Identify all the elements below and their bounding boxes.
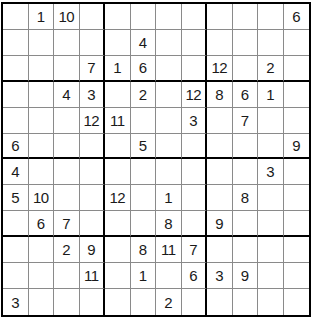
empty-cell-r6c7[interactable] bbox=[156, 134, 182, 160]
empty-cell-r5c2[interactable] bbox=[29, 108, 55, 134]
given-cell-r5c5: 11 bbox=[105, 108, 131, 134]
empty-cell-r7c8[interactable] bbox=[182, 159, 208, 185]
empty-cell-r10c2[interactable] bbox=[29, 237, 55, 263]
given-cell-r11c8: 6 bbox=[182, 263, 208, 289]
given-cell-r4c8: 12 bbox=[182, 82, 208, 108]
empty-cell-r9c1[interactable] bbox=[3, 211, 29, 237]
empty-cell-r1c4[interactable] bbox=[80, 4, 106, 30]
empty-cell-r2c9[interactable] bbox=[207, 30, 233, 56]
empty-cell-r2c10[interactable] bbox=[233, 30, 259, 56]
empty-cell-r1c1[interactable] bbox=[3, 4, 29, 30]
empty-cell-r2c7[interactable] bbox=[156, 30, 182, 56]
given-cell-r9c2: 6 bbox=[29, 211, 55, 237]
given-cell-r5c10: 7 bbox=[233, 108, 259, 134]
empty-cell-r11c3[interactable] bbox=[54, 263, 80, 289]
empty-cell-r8c4[interactable] bbox=[80, 185, 106, 211]
empty-cell-r8c3[interactable] bbox=[54, 185, 80, 211]
empty-cell-r10c5[interactable] bbox=[105, 237, 131, 263]
empty-cell-r3c10[interactable] bbox=[233, 56, 259, 82]
empty-cell-r9c6[interactable] bbox=[131, 211, 157, 237]
empty-cell-r2c4[interactable] bbox=[80, 30, 106, 56]
empty-cell-r7c10[interactable] bbox=[233, 159, 259, 185]
empty-cell-r3c2[interactable] bbox=[29, 56, 55, 82]
empty-cell-r5c6[interactable] bbox=[131, 108, 157, 134]
given-cell-r11c6: 1 bbox=[131, 263, 157, 289]
empty-cell-r8c8[interactable] bbox=[182, 185, 208, 211]
empty-cell-r3c3[interactable] bbox=[54, 56, 80, 82]
empty-cell-r10c10[interactable] bbox=[233, 237, 259, 263]
empty-cell-r5c7[interactable] bbox=[156, 108, 182, 134]
given-cell-r4c9: 8 bbox=[207, 82, 233, 108]
empty-cell-r7c12[interactable] bbox=[284, 159, 310, 185]
given-cell-r8c10: 8 bbox=[233, 185, 259, 211]
empty-cell-r7c2[interactable] bbox=[29, 159, 55, 185]
empty-cell-r12c9[interactable] bbox=[207, 289, 233, 315]
empty-cell-r12c10[interactable] bbox=[233, 289, 259, 315]
empty-cell-r1c10[interactable] bbox=[233, 4, 259, 30]
empty-cell-r6c5[interactable] bbox=[105, 134, 131, 160]
given-cell-r3c6: 6 bbox=[131, 56, 157, 82]
empty-cell-r5c1[interactable] bbox=[3, 108, 29, 134]
given-cell-r9c7: 8 bbox=[156, 211, 182, 237]
empty-cell-r6c11[interactable] bbox=[258, 134, 284, 160]
given-cell-r5c4: 12 bbox=[80, 108, 106, 134]
empty-cell-r12c4[interactable] bbox=[80, 289, 106, 315]
empty-cell-r5c12[interactable] bbox=[284, 108, 310, 134]
given-cell-r4c6: 2 bbox=[131, 82, 157, 108]
empty-cell-r9c11[interactable] bbox=[258, 211, 284, 237]
given-cell-r4c4: 3 bbox=[80, 82, 106, 108]
empty-cell-r4c7[interactable] bbox=[156, 82, 182, 108]
given-cell-r4c11: 1 bbox=[258, 82, 284, 108]
given-cell-r9c3: 7 bbox=[54, 211, 80, 237]
empty-cell-r8c11[interactable] bbox=[258, 185, 284, 211]
given-cell-r8c2: 10 bbox=[29, 185, 55, 211]
sudoku-board: 1106471612243212861121137659435101218678… bbox=[1, 2, 311, 317]
given-cell-r10c8: 7 bbox=[182, 237, 208, 263]
empty-cell-r7c3[interactable] bbox=[54, 159, 80, 185]
empty-cell-r8c9[interactable] bbox=[207, 185, 233, 211]
given-cell-r2c6: 4 bbox=[131, 30, 157, 56]
given-cell-r10c7: 11 bbox=[156, 237, 182, 263]
empty-cell-r9c10[interactable] bbox=[233, 211, 259, 237]
empty-cell-r10c9[interactable] bbox=[207, 237, 233, 263]
empty-cell-r1c5[interactable] bbox=[105, 4, 131, 30]
empty-cell-r2c12[interactable] bbox=[284, 30, 310, 56]
empty-cell-r12c2[interactable] bbox=[29, 289, 55, 315]
given-cell-r5c8: 3 bbox=[182, 108, 208, 134]
given-cell-r9c9: 9 bbox=[207, 211, 233, 237]
empty-cell-r5c11[interactable] bbox=[258, 108, 284, 134]
given-cell-r11c4: 11 bbox=[80, 263, 106, 289]
empty-cell-r10c11[interactable] bbox=[258, 237, 284, 263]
given-cell-r4c3: 4 bbox=[54, 82, 80, 108]
given-cell-r10c3: 2 bbox=[54, 237, 80, 263]
empty-cell-r7c5[interactable] bbox=[105, 159, 131, 185]
empty-cell-r4c12[interactable] bbox=[284, 82, 310, 108]
given-cell-r6c1: 6 bbox=[3, 134, 29, 160]
empty-cell-r9c5[interactable] bbox=[105, 211, 131, 237]
given-cell-r8c5: 12 bbox=[105, 185, 131, 211]
empty-cell-r9c12[interactable] bbox=[284, 211, 310, 237]
empty-cell-r5c3[interactable] bbox=[54, 108, 80, 134]
empty-cell-r2c3[interactable] bbox=[54, 30, 80, 56]
empty-cell-r7c4[interactable] bbox=[80, 159, 106, 185]
given-cell-r10c4: 9 bbox=[80, 237, 106, 263]
empty-cell-r1c8[interactable] bbox=[182, 4, 208, 30]
given-cell-r7c1: 4 bbox=[3, 159, 29, 185]
given-cell-r3c4: 7 bbox=[80, 56, 106, 82]
empty-cell-r12c5[interactable] bbox=[105, 289, 131, 315]
empty-cell-r2c2[interactable] bbox=[29, 30, 55, 56]
empty-cell-r10c1[interactable] bbox=[3, 237, 29, 263]
empty-cell-r11c2[interactable] bbox=[29, 263, 55, 289]
given-cell-r11c10: 9 bbox=[233, 263, 259, 289]
empty-cell-r9c4[interactable] bbox=[80, 211, 106, 237]
given-cell-r3c5: 1 bbox=[105, 56, 131, 82]
empty-cell-r10c12[interactable] bbox=[284, 237, 310, 263]
empty-cell-r7c9[interactable] bbox=[207, 159, 233, 185]
empty-cell-r6c10[interactable] bbox=[233, 134, 259, 160]
empty-cell-r11c12[interactable] bbox=[284, 263, 310, 289]
sudoku-page: 1106471612243212861121137659435101218678… bbox=[0, 0, 312, 320]
given-cell-r1c2: 1 bbox=[29, 4, 55, 30]
empty-cell-r11c11[interactable] bbox=[258, 263, 284, 289]
empty-cell-r6c8[interactable] bbox=[182, 134, 208, 160]
empty-cell-r11c7[interactable] bbox=[156, 263, 182, 289]
empty-cell-r11c5[interactable] bbox=[105, 263, 131, 289]
empty-cell-r1c7[interactable] bbox=[156, 4, 182, 30]
given-cell-r10c6: 8 bbox=[131, 237, 157, 263]
empty-cell-r5c9[interactable] bbox=[207, 108, 233, 134]
empty-cell-r8c12[interactable] bbox=[284, 185, 310, 211]
given-cell-r11c9: 3 bbox=[207, 263, 233, 289]
empty-cell-r7c7[interactable] bbox=[156, 159, 182, 185]
empty-cell-r6c4[interactable] bbox=[80, 134, 106, 160]
given-cell-r1c3: 10 bbox=[54, 4, 80, 30]
empty-cell-r8c6[interactable] bbox=[131, 185, 157, 211]
empty-cell-r2c8[interactable] bbox=[182, 30, 208, 56]
given-cell-r4c10: 6 bbox=[233, 82, 259, 108]
empty-cell-r6c9[interactable] bbox=[207, 134, 233, 160]
empty-cell-r12c8[interactable] bbox=[182, 289, 208, 315]
given-cell-r8c7: 1 bbox=[156, 185, 182, 211]
empty-cell-r7c6[interactable] bbox=[131, 159, 157, 185]
given-cell-r6c6: 5 bbox=[131, 134, 157, 160]
empty-cell-r12c6[interactable] bbox=[131, 289, 157, 315]
empty-cell-r3c7[interactable] bbox=[156, 56, 182, 82]
empty-cell-r1c9[interactable] bbox=[207, 4, 233, 30]
empty-cell-r3c12[interactable] bbox=[284, 56, 310, 82]
empty-cell-r2c1[interactable] bbox=[3, 30, 29, 56]
given-cell-r6c12: 9 bbox=[284, 134, 310, 160]
empty-cell-r4c1[interactable] bbox=[3, 82, 29, 108]
empty-cell-r4c5[interactable] bbox=[105, 82, 131, 108]
empty-cell-r12c3[interactable] bbox=[54, 289, 80, 315]
empty-cell-r11c1[interactable] bbox=[3, 263, 29, 289]
empty-cell-r6c2[interactable] bbox=[29, 134, 55, 160]
empty-cell-r6c3[interactable] bbox=[54, 134, 80, 160]
given-cell-r7c11: 3 bbox=[258, 159, 284, 185]
empty-cell-r2c11[interactable] bbox=[258, 30, 284, 56]
given-cell-r12c1: 3 bbox=[3, 289, 29, 315]
empty-cell-r3c8[interactable] bbox=[182, 56, 208, 82]
empty-cell-r3c1[interactable] bbox=[3, 56, 29, 82]
empty-cell-r1c6[interactable] bbox=[131, 4, 157, 30]
empty-cell-r12c12[interactable] bbox=[284, 289, 310, 315]
empty-cell-r2c5[interactable] bbox=[105, 30, 131, 56]
given-cell-r8c1: 5 bbox=[3, 185, 29, 211]
empty-cell-r9c8[interactable] bbox=[182, 211, 208, 237]
empty-cell-r1c11[interactable] bbox=[258, 4, 284, 30]
empty-cell-r4c2[interactable] bbox=[29, 82, 55, 108]
given-cell-r1c12: 6 bbox=[284, 4, 310, 30]
given-cell-r3c11: 2 bbox=[258, 56, 284, 82]
given-cell-r3c9: 12 bbox=[207, 56, 233, 82]
empty-cell-r12c11[interactable] bbox=[258, 289, 284, 315]
given-cell-r12c7: 2 bbox=[156, 289, 182, 315]
